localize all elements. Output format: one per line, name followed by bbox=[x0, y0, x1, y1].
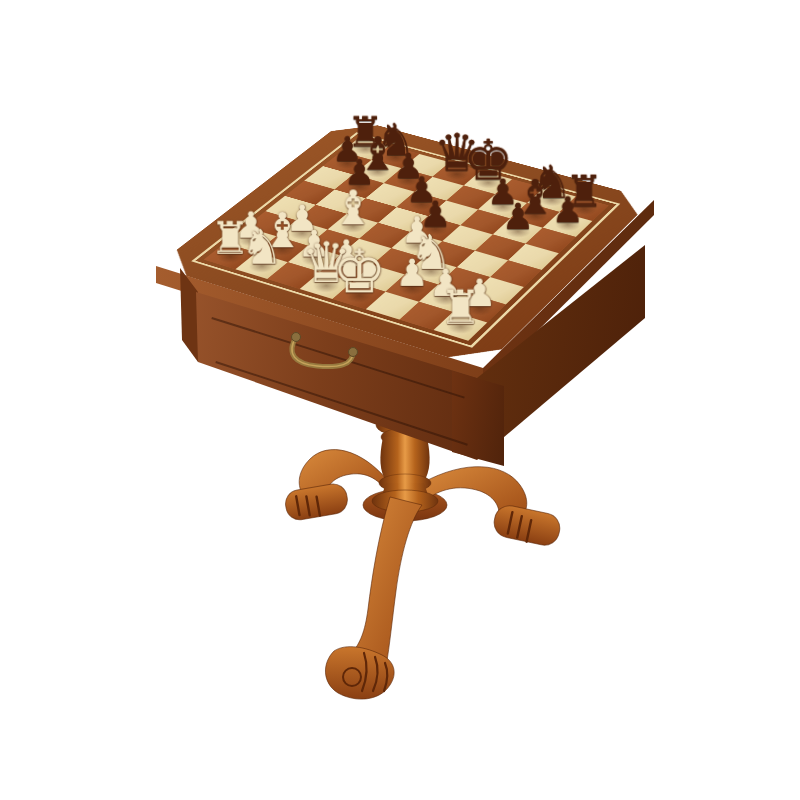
black-pawn[interactable]: ♟ bbox=[502, 199, 534, 235]
white-king[interactable]: ♚ bbox=[332, 241, 386, 302]
black-pawn[interactable]: ♟ bbox=[552, 192, 584, 228]
white-rook[interactable]: ♜ bbox=[439, 284, 481, 331]
apron-corner-face bbox=[452, 371, 504, 466]
drawer-handle bbox=[283, 327, 367, 373]
white-knight[interactable]: ♞ bbox=[240, 222, 283, 270]
photo-background: ♜♞♛♚♞♜♟♝♟♟♝♟♟♟♟♟♝♟♟♞♟♝♟♟♟♟♟♜♞♛♚♜ bbox=[0, 0, 800, 800]
white-bishop[interactable]: ♝ bbox=[331, 183, 374, 231]
white-pawn[interactable]: ♟ bbox=[395, 254, 429, 291]
